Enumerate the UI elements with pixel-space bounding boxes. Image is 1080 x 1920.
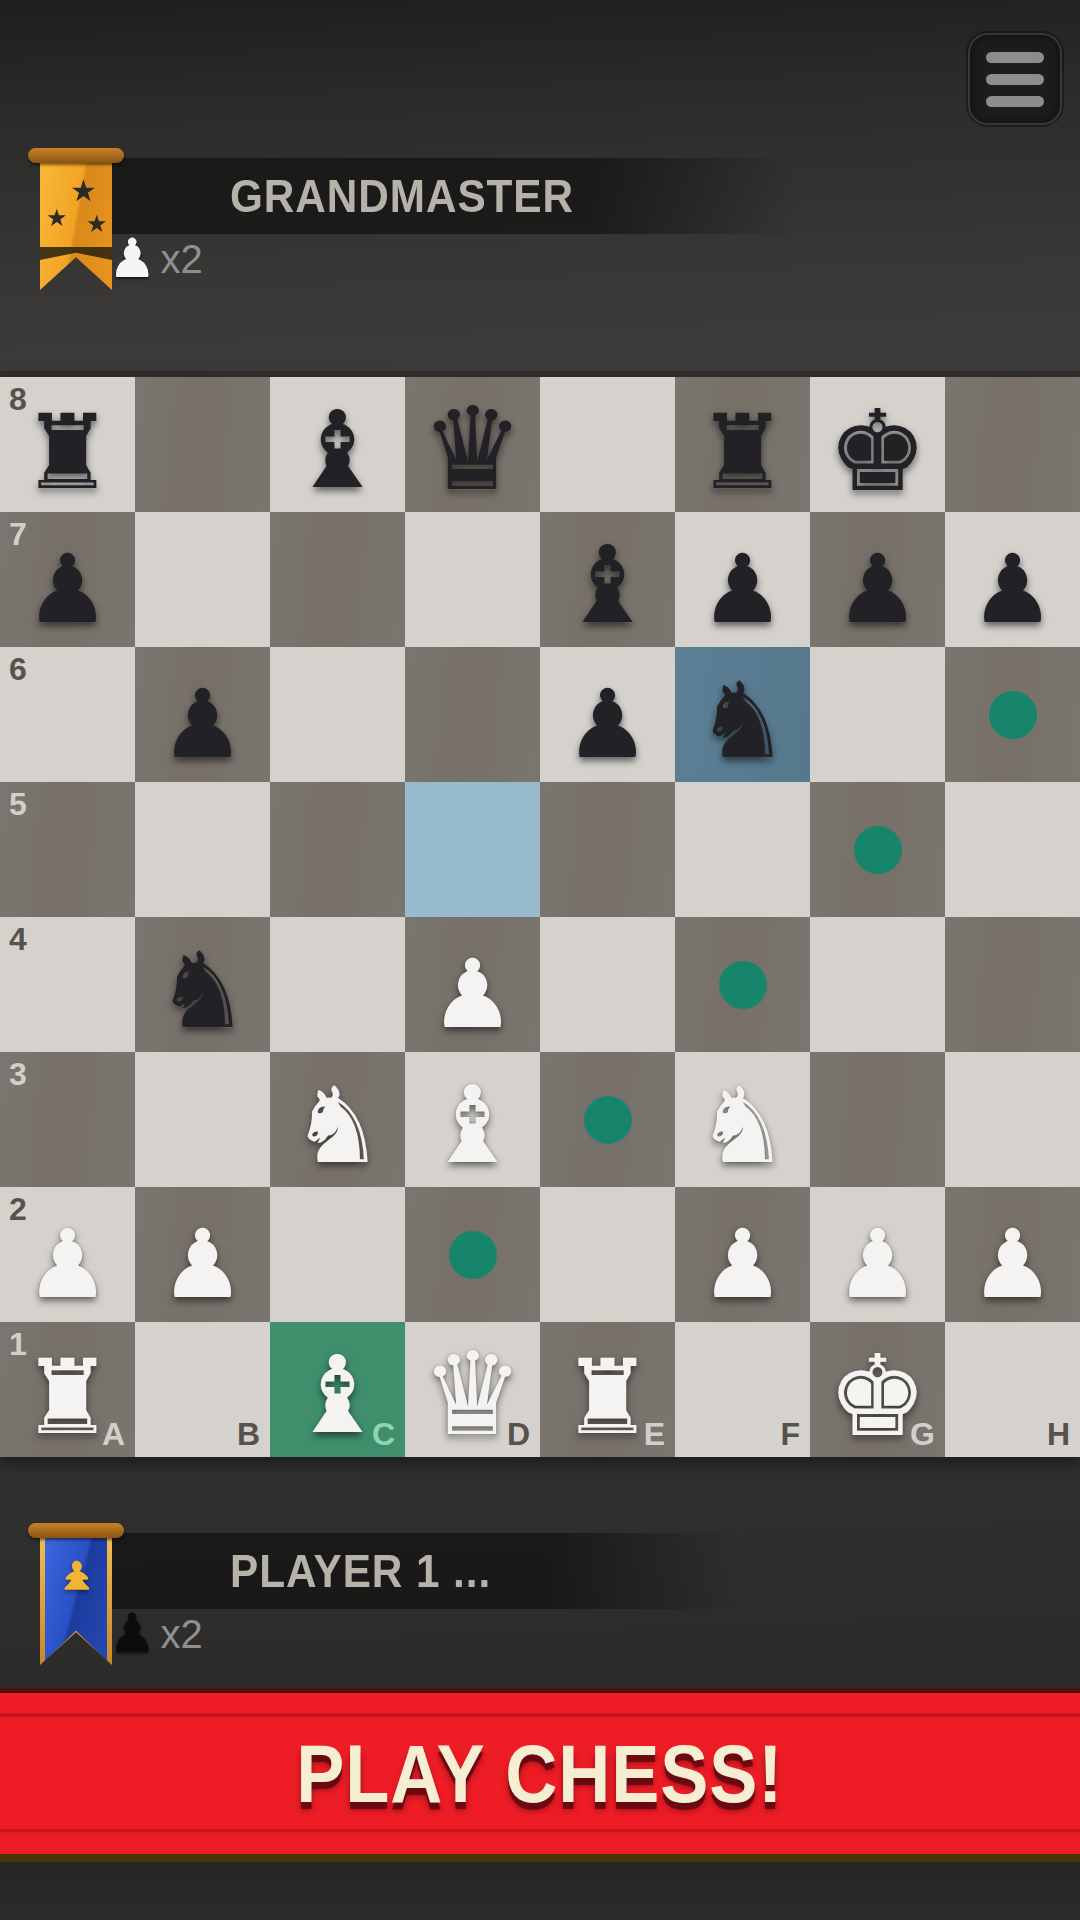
file-label-c: C [372, 1418, 395, 1450]
square-d7[interactable] [405, 512, 540, 647]
square-a1[interactable]: 1A♜ [0, 1322, 135, 1457]
player-captured-pieces: ♟ x2 [108, 1607, 203, 1661]
black-king: ♚ [827, 395, 927, 507]
square-a7[interactable]: 7♟ [0, 512, 135, 647]
rank-label-3: 3 [9, 1058, 27, 1090]
square-d1[interactable]: D♛ [405, 1322, 540, 1457]
white-pawn: ♟ [160, 1217, 245, 1312]
white-pawn: ♟ [25, 1217, 110, 1312]
rank-label-7: 7 [9, 518, 27, 550]
opponent-name: GRANDMASTER [230, 169, 574, 223]
square-b7[interactable] [135, 512, 270, 647]
square-h3[interactable] [945, 1052, 1080, 1187]
file-label-f: F [780, 1418, 800, 1450]
square-g8[interactable]: ♚ [810, 377, 945, 512]
square-g3[interactable] [810, 1052, 945, 1187]
star-icon: ★ [70, 176, 97, 206]
square-f5[interactable] [675, 782, 810, 917]
rank-label-1: 1 [9, 1328, 27, 1360]
square-d4[interactable]: ♟ [405, 917, 540, 1052]
rank-label-5: 5 [9, 788, 27, 820]
file-label-d: D [507, 1418, 530, 1450]
black-pawn: ♟ [25, 542, 110, 637]
square-h1[interactable]: H [945, 1322, 1080, 1457]
square-b5[interactable] [135, 782, 270, 917]
square-e2[interactable] [540, 1187, 675, 1322]
black-pawn: ♟ [565, 677, 650, 772]
square-b3[interactable] [135, 1052, 270, 1187]
captured-white-pawn-icon: ♟ [108, 232, 156, 286]
square-a6[interactable]: 6 [0, 647, 135, 782]
square-g7[interactable]: ♟ [810, 512, 945, 647]
chess-board: 8♜♝♛♜♚7♟♝♟♟♟6♟♟♞54♞♟3♞♝♞2♟♟♟♟♟1A♜BC♝D♛E♜… [0, 371, 1080, 1457]
square-a2[interactable]: 2♟ [0, 1187, 135, 1322]
square-c6[interactable] [270, 647, 405, 782]
hamburger-menu-icon [986, 52, 1044, 63]
white-bishop: ♝ [425, 1072, 521, 1179]
square-g1[interactable]: G♚ [810, 1322, 945, 1457]
player-name-strip: PLAYER 1 ... [58, 1533, 738, 1609]
square-h4[interactable] [945, 917, 1080, 1052]
square-h6[interactable] [945, 647, 1080, 782]
rank-label-2: 2 [9, 1193, 27, 1225]
square-d8[interactable]: ♛ [405, 377, 540, 512]
square-e6[interactable]: ♟ [540, 647, 675, 782]
white-pawn: ♟ [700, 1217, 785, 1312]
legal-move-dot[interactable] [449, 1231, 497, 1279]
black-rook: ♜ [696, 401, 788, 504]
black-bishop: ♝ [560, 532, 656, 639]
legal-move-dot[interactable] [719, 961, 767, 1009]
black-queen: ♛ [421, 392, 524, 507]
white-knight: ♞ [290, 1074, 384, 1179]
square-d5[interactable] [405, 782, 540, 917]
rank-label-4: 4 [9, 923, 27, 955]
black-pawn: ♟ [970, 542, 1055, 637]
square-b6[interactable]: ♟ [135, 647, 270, 782]
square-h5[interactable] [945, 782, 1080, 917]
square-f8[interactable]: ♜ [675, 377, 810, 512]
black-rook: ♜ [21, 401, 113, 504]
square-h7[interactable]: ♟ [945, 512, 1080, 647]
square-c3[interactable]: ♞ [270, 1052, 405, 1187]
square-g2[interactable]: ♟ [810, 1187, 945, 1322]
square-f3[interactable]: ♞ [675, 1052, 810, 1187]
square-d2[interactable] [405, 1187, 540, 1322]
white-rook: ♜ [561, 1346, 653, 1449]
square-h8[interactable] [945, 377, 1080, 512]
meeple-icon [54, 1555, 98, 1599]
rank-label-8: 8 [9, 383, 27, 415]
black-knight: ♞ [695, 669, 789, 774]
square-e8[interactable] [540, 377, 675, 512]
white-pawn: ♟ [970, 1217, 1055, 1312]
star-icon: ★ [46, 206, 68, 230]
opponent-name-strip: GRANDMASTER [58, 158, 798, 234]
legal-move-dot[interactable] [584, 1096, 632, 1144]
square-a3[interactable]: 3 [0, 1052, 135, 1187]
black-bishop: ♝ [290, 397, 386, 504]
file-label-h: H [1047, 1418, 1070, 1450]
square-e5[interactable] [540, 782, 675, 917]
black-pawn: ♟ [700, 542, 785, 637]
square-e4[interactable] [540, 917, 675, 1052]
bottom-background [0, 1862, 1080, 1920]
square-b1[interactable]: B [135, 1322, 270, 1457]
square-f4[interactable] [675, 917, 810, 1052]
square-f6[interactable]: ♞ [675, 647, 810, 782]
black-pawn: ♟ [835, 542, 920, 637]
black-knight: ♞ [155, 939, 249, 1044]
square-c5[interactable] [270, 782, 405, 917]
captured-black-pawn-icon: ♟ [108, 1607, 156, 1661]
square-g5[interactable] [810, 782, 945, 917]
file-label-g: G [910, 1418, 935, 1450]
square-b2[interactable]: ♟ [135, 1187, 270, 1322]
legal-move-dot[interactable] [854, 826, 902, 874]
square-e7[interactable]: ♝ [540, 512, 675, 647]
square-b8[interactable] [135, 377, 270, 512]
black-pawn: ♟ [160, 677, 245, 772]
square-f2[interactable]: ♟ [675, 1187, 810, 1322]
square-h2[interactable]: ♟ [945, 1187, 1080, 1322]
opponent-captured-pieces: ♟ x2 [108, 232, 203, 286]
square-f1[interactable]: F [675, 1322, 810, 1457]
rank-label-6: 6 [9, 653, 27, 685]
opponent-capture-count: x2 [160, 237, 202, 282]
hamburger-menu-button[interactable] [968, 33, 1062, 125]
legal-move-dot[interactable] [989, 691, 1037, 739]
square-c2[interactable] [270, 1187, 405, 1322]
square-d3[interactable]: ♝ [405, 1052, 540, 1187]
square-e1[interactable]: E♜ [540, 1322, 675, 1457]
star-icon: ★ [86, 212, 108, 236]
white-knight: ♞ [695, 1074, 789, 1179]
square-a4[interactable]: 4 [0, 917, 135, 1052]
white-rook: ♜ [21, 1346, 113, 1449]
file-label-e: E [644, 1418, 665, 1450]
square-c7[interactable] [270, 512, 405, 647]
white-pawn: ♟ [430, 947, 515, 1042]
square-c4[interactable] [270, 917, 405, 1052]
square-e3[interactable] [540, 1052, 675, 1187]
play-chess-button[interactable]: PLAY CHESS! [0, 1688, 1080, 1862]
square-g4[interactable] [810, 917, 945, 1052]
play-chess-button-label: PLAY CHESS! [297, 1727, 784, 1821]
square-d6[interactable] [405, 647, 540, 782]
player-capture-count: x2 [160, 1612, 202, 1657]
game-screen: GRANDMASTER ★ ★ ★ ♟ x2 8♜♝♛♜♚7♟♝♟♟♟6♟♟♞5… [0, 0, 1080, 1920]
square-c8[interactable]: ♝ [270, 377, 405, 512]
square-c1[interactable]: C♝ [270, 1322, 405, 1457]
square-g6[interactable] [810, 647, 945, 782]
square-b4[interactable]: ♞ [135, 917, 270, 1052]
square-a5[interactable]: 5 [0, 782, 135, 917]
square-a8[interactable]: 8♜ [0, 377, 135, 512]
file-label-a: A [102, 1418, 125, 1450]
player-name: PLAYER 1 ... [230, 1544, 491, 1598]
white-pawn: ♟ [835, 1217, 920, 1312]
square-f7[interactable]: ♟ [675, 512, 810, 647]
file-label-b: B [237, 1418, 260, 1450]
